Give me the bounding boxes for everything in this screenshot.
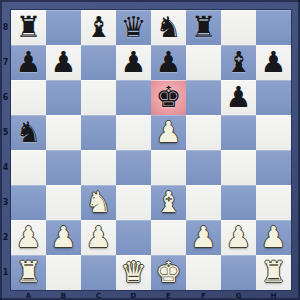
square-b1[interactable] <box>46 255 81 290</box>
square-c5[interactable] <box>81 115 116 150</box>
square-f8[interactable]: ♜ <box>186 10 221 45</box>
white-bishop[interactable]: ♝ <box>151 185 186 220</box>
square-c3[interactable]: ♞ <box>81 185 116 220</box>
square-c7[interactable] <box>81 45 116 80</box>
square-b3[interactable] <box>46 185 81 220</box>
square-g1[interactable] <box>221 255 256 290</box>
black-pawn[interactable]: ♟ <box>46 45 81 80</box>
square-e6[interactable]: ♚ <box>151 80 186 115</box>
square-b8[interactable] <box>46 10 81 45</box>
square-d1[interactable]: ♛ <box>116 255 151 290</box>
white-pawn[interactable]: ♟ <box>256 220 291 255</box>
square-g2[interactable]: ♟ <box>221 220 256 255</box>
square-d7[interactable]: ♟ <box>116 45 151 80</box>
black-rook[interactable]: ♜ <box>186 10 221 45</box>
square-h2[interactable]: ♟ <box>256 220 291 255</box>
square-a5[interactable]: ♞ <box>11 115 46 150</box>
square-g3[interactable] <box>221 185 256 220</box>
rank-labels: 87654321 <box>0 10 11 290</box>
square-h6[interactable] <box>256 80 291 115</box>
black-bishop[interactable]: ♝ <box>81 10 116 45</box>
square-f2[interactable]: ♟ <box>186 220 221 255</box>
square-e3[interactable]: ♝ <box>151 185 186 220</box>
file-label-f: F <box>186 291 221 300</box>
rank-label-5: 5 <box>0 115 11 150</box>
square-g4[interactable] <box>221 150 256 185</box>
square-g6[interactable]: ♟ <box>221 80 256 115</box>
square-a7[interactable]: ♟ <box>11 45 46 80</box>
white-pawn[interactable]: ♟ <box>46 220 81 255</box>
file-label-c: C <box>81 291 116 300</box>
square-d2[interactable] <box>116 220 151 255</box>
black-pawn[interactable]: ♟ <box>221 80 256 115</box>
square-a4[interactable] <box>11 150 46 185</box>
white-pawn[interactable]: ♟ <box>186 220 221 255</box>
square-a3[interactable] <box>11 185 46 220</box>
rank-label-8: 8 <box>0 10 11 45</box>
square-d3[interactable] <box>116 185 151 220</box>
rank-label-1: 1 <box>0 255 11 290</box>
square-h1[interactable]: ♜ <box>256 255 291 290</box>
white-king[interactable]: ♚ <box>151 255 186 290</box>
square-d8[interactable]: ♛ <box>116 10 151 45</box>
square-h4[interactable] <box>256 150 291 185</box>
black-king[interactable]: ♚ <box>151 80 186 115</box>
square-e1[interactable]: ♚ <box>151 255 186 290</box>
square-e7[interactable]: ♟ <box>151 45 186 80</box>
rank-label-3: 3 <box>0 185 11 220</box>
square-b6[interactable] <box>46 80 81 115</box>
black-pawn[interactable]: ♟ <box>151 45 186 80</box>
square-c4[interactable] <box>81 150 116 185</box>
square-d5[interactable] <box>116 115 151 150</box>
file-label-h: H <box>256 291 291 300</box>
square-b4[interactable] <box>46 150 81 185</box>
white-queen[interactable]: ♛ <box>116 255 151 290</box>
rank-label-6: 6 <box>0 80 11 115</box>
white-pawn[interactable]: ♟ <box>11 220 46 255</box>
white-pawn[interactable]: ♟ <box>151 115 186 150</box>
square-f6[interactable] <box>186 80 221 115</box>
square-g7[interactable]: ♝ <box>221 45 256 80</box>
square-c1[interactable] <box>81 255 116 290</box>
square-a8[interactable]: ♜ <box>11 10 46 45</box>
square-b2[interactable]: ♟ <box>46 220 81 255</box>
square-f1[interactable] <box>186 255 221 290</box>
square-e2[interactable] <box>151 220 186 255</box>
rank-label-4: 4 <box>0 150 11 185</box>
chess-board[interactable]: ♜♝♛♞♜♟♟♟♟♝♟♚♟♞♟♞♝♟♟♟♟♟♟♜♛♚♜ <box>11 10 291 290</box>
square-g5[interactable] <box>221 115 256 150</box>
square-h8[interactable] <box>256 10 291 45</box>
file-labels: ABCDEFGH <box>11 291 291 300</box>
square-a2[interactable]: ♟ <box>11 220 46 255</box>
square-c2[interactable]: ♟ <box>81 220 116 255</box>
file-label-b: B <box>46 291 81 300</box>
square-e8[interactable]: ♞ <box>151 10 186 45</box>
black-knight[interactable]: ♞ <box>11 115 46 150</box>
square-a6[interactable] <box>11 80 46 115</box>
file-label-a: A <box>11 291 46 300</box>
black-knight[interactable]: ♞ <box>151 10 186 45</box>
chess-board-frame: 87654321 ♜♝♛♞♜♟♟♟♟♝♟♚♟♞♟♞♝♟♟♟♟♟♟♜♛♚♜ ABC… <box>0 0 300 300</box>
square-b7[interactable]: ♟ <box>46 45 81 80</box>
square-d6[interactable] <box>116 80 151 115</box>
white-pawn[interactable]: ♟ <box>81 220 116 255</box>
square-f5[interactable] <box>186 115 221 150</box>
square-f7[interactable] <box>186 45 221 80</box>
square-b5[interactable] <box>46 115 81 150</box>
black-bishop[interactable]: ♝ <box>221 45 256 80</box>
square-f4[interactable] <box>186 150 221 185</box>
black-pawn[interactable]: ♟ <box>256 45 291 80</box>
square-h7[interactable]: ♟ <box>256 45 291 80</box>
white-rook[interactable]: ♜ <box>11 255 46 290</box>
square-h3[interactable] <box>256 185 291 220</box>
file-label-d: D <box>116 291 151 300</box>
black-queen[interactable]: ♛ <box>116 10 151 45</box>
white-pawn[interactable]: ♟ <box>221 220 256 255</box>
square-d4[interactable] <box>116 150 151 185</box>
square-c6[interactable] <box>81 80 116 115</box>
black-rook[interactable]: ♜ <box>11 10 46 45</box>
square-e5[interactable]: ♟ <box>151 115 186 150</box>
square-e4[interactable] <box>151 150 186 185</box>
square-f3[interactable] <box>186 185 221 220</box>
square-c8[interactable]: ♝ <box>81 10 116 45</box>
white-knight[interactable]: ♞ <box>81 185 116 220</box>
square-g8[interactable] <box>221 10 256 45</box>
black-pawn[interactable]: ♟ <box>116 45 151 80</box>
rank-label-7: 7 <box>0 45 11 80</box>
file-label-g: G <box>221 291 256 300</box>
black-pawn[interactable]: ♟ <box>11 45 46 80</box>
file-label-e: E <box>151 291 186 300</box>
white-rook[interactable]: ♜ <box>256 255 291 290</box>
square-h5[interactable] <box>256 115 291 150</box>
rank-label-2: 2 <box>0 220 11 255</box>
square-a1[interactable]: ♜ <box>11 255 46 290</box>
